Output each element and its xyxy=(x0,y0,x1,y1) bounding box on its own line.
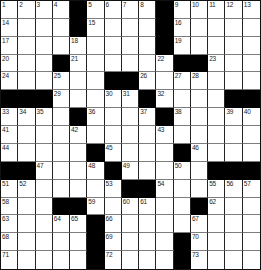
cell-r2c1[interactable]: 14 xyxy=(1,19,18,37)
clue-number-54: 54 xyxy=(157,180,164,187)
cell-r3c11[interactable]: 19 xyxy=(174,37,191,55)
cell-r8c3[interactable] xyxy=(36,126,53,144)
black-cell-r10c14 xyxy=(225,162,242,180)
cell-r13c15[interactable] xyxy=(243,215,260,233)
cell-r3c6[interactable] xyxy=(87,37,104,55)
black-cell-r2c5 xyxy=(70,19,87,37)
cell-r5c3[interactable] xyxy=(36,72,53,90)
clue-number-53: 53 xyxy=(106,180,113,187)
cell-r14c15[interactable] xyxy=(243,233,260,251)
black-cell-r13c6 xyxy=(87,215,104,233)
cell-r3c8[interactable] xyxy=(122,37,139,55)
black-cell-r14c6 xyxy=(87,233,104,251)
clue-number-27: 27 xyxy=(175,72,182,79)
clue-number-50: 50 xyxy=(175,162,182,169)
cell-r1c7[interactable]: 6 xyxy=(105,1,122,19)
black-cell-r7c5 xyxy=(70,108,87,126)
clue-number-26: 26 xyxy=(140,72,147,79)
cell-r1c4[interactable]: 4 xyxy=(53,1,70,19)
clue-number-37: 37 xyxy=(140,108,147,115)
cell-r13c11[interactable] xyxy=(174,215,191,233)
cell-r1c15[interactable]: 13 xyxy=(243,1,260,19)
clue-number-43: 43 xyxy=(157,126,164,133)
clue-number-70: 70 xyxy=(192,233,199,240)
cell-r9c12[interactable]: 46 xyxy=(191,144,208,162)
cell-r7c7[interactable] xyxy=(105,108,122,126)
black-cell-r4c12 xyxy=(191,55,208,73)
cell-r10c3[interactable]: 47 xyxy=(36,162,53,180)
cell-r3c7[interactable] xyxy=(105,37,122,55)
cell-r4c3[interactable] xyxy=(36,55,53,73)
black-cell-r12c4 xyxy=(53,198,70,216)
cell-r11c1[interactable]: 51 xyxy=(1,180,18,198)
clue-number-42: 42 xyxy=(71,126,78,133)
clue-number-68: 68 xyxy=(2,233,9,240)
black-cell-r4c4 xyxy=(53,55,70,73)
black-cell-r6c1 xyxy=(1,90,18,108)
cell-r3c13[interactable] xyxy=(208,37,225,55)
cell-r4c9[interactable] xyxy=(139,55,156,73)
cell-r14c12[interactable]: 70 xyxy=(191,233,208,251)
cell-r8c10[interactable]: 43 xyxy=(156,126,173,144)
clue-number-36: 36 xyxy=(88,108,95,115)
clue-number-1: 1 xyxy=(2,1,5,8)
cell-r12c2[interactable] xyxy=(18,198,35,216)
cell-r14c14[interactable] xyxy=(225,233,242,251)
cell-r8c8[interactable] xyxy=(122,126,139,144)
cell-r6c12[interactable] xyxy=(191,90,208,108)
clue-number-31: 31 xyxy=(123,90,130,97)
clue-number-58: 58 xyxy=(2,198,9,205)
clue-number-46: 46 xyxy=(192,144,199,151)
cell-r12c3[interactable] xyxy=(36,198,53,216)
clue-number-11: 11 xyxy=(209,1,215,8)
cell-r13c13[interactable] xyxy=(208,215,225,233)
cell-r3c9[interactable] xyxy=(139,37,156,55)
cell-r15c14[interactable] xyxy=(225,251,242,269)
cell-r15c8[interactable] xyxy=(122,251,139,269)
cell-r8c9[interactable] xyxy=(139,126,156,144)
clue-number-8: 8 xyxy=(140,1,143,8)
clue-number-61: 61 xyxy=(140,198,147,205)
cell-r2c14[interactable] xyxy=(225,19,242,37)
cell-r5c1[interactable]: 24 xyxy=(1,72,18,90)
clue-number-7: 7 xyxy=(123,1,126,8)
cell-r6c7[interactable]: 30 xyxy=(105,90,122,108)
cell-r2c9[interactable] xyxy=(139,19,156,37)
cell-r12c7[interactable] xyxy=(105,198,122,216)
cell-r15c2[interactable] xyxy=(18,251,35,269)
clue-number-33: 33 xyxy=(2,108,9,115)
cell-r14c10[interactable] xyxy=(156,233,173,251)
cell-r2c7[interactable] xyxy=(105,19,122,37)
clue-number-17: 17 xyxy=(2,37,9,44)
cell-r5c5[interactable] xyxy=(70,72,87,90)
cell-r11c7[interactable]: 53 xyxy=(105,180,122,198)
cell-r15c13[interactable] xyxy=(208,251,225,269)
cell-r12c6[interactable]: 59 xyxy=(87,198,104,216)
cell-r6c11[interactable] xyxy=(174,90,191,108)
cell-r1c1[interactable]: 1 xyxy=(1,1,18,19)
cell-r15c10[interactable] xyxy=(156,251,173,269)
cell-r4c5[interactable]: 21 xyxy=(70,55,87,73)
cell-r14c7[interactable]: 69 xyxy=(105,233,122,251)
cell-r15c3[interactable] xyxy=(36,251,53,269)
cell-r7c13[interactable] xyxy=(208,108,225,126)
cell-r7c8[interactable] xyxy=(122,108,139,126)
clue-number-49: 49 xyxy=(123,162,130,169)
cell-r15c4[interactable] xyxy=(53,251,70,269)
cell-r14c3[interactable] xyxy=(36,233,53,251)
cell-r13c3[interactable] xyxy=(36,215,53,233)
cell-r11c14[interactable]: 56 xyxy=(225,180,242,198)
cell-r10c8[interactable]: 49 xyxy=(122,162,139,180)
cell-r4c1[interactable]: 20 xyxy=(1,55,18,73)
cell-r9c2[interactable] xyxy=(18,144,35,162)
clue-number-38: 38 xyxy=(175,108,182,115)
clue-number-29: 29 xyxy=(54,90,61,97)
black-cell-r11c9 xyxy=(139,180,156,198)
cell-r13c8[interactable] xyxy=(122,215,139,233)
black-cell-r6c3 xyxy=(36,90,53,108)
cell-r15c9[interactable] xyxy=(139,251,156,269)
black-cell-r7c10 xyxy=(156,108,173,126)
cell-r1c9[interactable]: 8 xyxy=(139,1,156,19)
cell-r14c8[interactable] xyxy=(122,233,139,251)
cell-r8c14[interactable] xyxy=(225,126,242,144)
clue-number-51: 51 xyxy=(2,180,9,187)
clue-number-64: 64 xyxy=(54,215,61,222)
cell-r6c8[interactable]: 31 xyxy=(122,90,139,108)
cell-r10c5[interactable] xyxy=(70,162,87,180)
cell-r7c4[interactable] xyxy=(53,108,70,126)
clue-number-14: 14 xyxy=(2,19,9,26)
cell-r2c2[interactable] xyxy=(18,19,35,37)
cell-r15c1[interactable]: 71 xyxy=(1,251,18,269)
cell-r11c15[interactable]: 57 xyxy=(243,180,260,198)
cell-r9c14[interactable] xyxy=(225,144,242,162)
black-cell-r9c6 xyxy=(87,144,104,162)
cell-r13c14[interactable] xyxy=(225,215,242,233)
cell-r1c8[interactable]: 7 xyxy=(122,1,139,19)
clue-number-16: 16 xyxy=(175,19,182,26)
cell-r6c6[interactable] xyxy=(87,90,104,108)
cell-r9c15[interactable] xyxy=(243,144,260,162)
cell-r3c1[interactable]: 17 xyxy=(1,37,18,55)
black-cell-r4c11 xyxy=(174,55,191,73)
cell-r5c4[interactable]: 25 xyxy=(53,72,70,90)
cell-r1c14[interactable]: 12 xyxy=(225,1,242,19)
cell-r5c10[interactable] xyxy=(156,72,173,90)
cell-r11c2[interactable]: 52 xyxy=(18,180,35,198)
black-cell-r12c5 xyxy=(70,198,87,216)
clue-number-4: 4 xyxy=(54,1,57,8)
cell-r7c15[interactable]: 40 xyxy=(243,108,260,126)
clue-number-73: 73 xyxy=(192,251,199,258)
cell-r11c5[interactable] xyxy=(70,180,87,198)
cell-r10c11[interactable]: 50 xyxy=(174,162,191,180)
clue-number-44: 44 xyxy=(2,144,9,151)
cell-r12c8[interactable]: 60 xyxy=(122,198,139,216)
cell-r7c1[interactable]: 33 xyxy=(1,108,18,126)
cell-r13c1[interactable]: 63 xyxy=(1,215,18,233)
cell-r8c6[interactable] xyxy=(87,126,104,144)
cell-r6c13[interactable] xyxy=(208,90,225,108)
cell-r13c2[interactable] xyxy=(18,215,35,233)
cell-r2c4[interactable] xyxy=(53,19,70,37)
cell-r12c11[interactable] xyxy=(174,198,191,216)
clue-number-32: 32 xyxy=(157,90,164,97)
black-cell-r10c2 xyxy=(18,162,35,180)
cell-r14c2[interactable] xyxy=(18,233,35,251)
cell-r10c6[interactable]: 48 xyxy=(87,162,104,180)
black-cell-r6c14 xyxy=(225,90,242,108)
cell-r13c7[interactable]: 66 xyxy=(105,215,122,233)
cell-r5c15[interactable] xyxy=(243,72,260,90)
cell-r7c11[interactable]: 38 xyxy=(174,108,191,126)
cell-r9c1[interactable]: 44 xyxy=(1,144,18,162)
cell-r2c15[interactable] xyxy=(243,19,260,37)
cell-r8c1[interactable]: 41 xyxy=(1,126,18,144)
clue-number-12: 12 xyxy=(226,1,233,8)
cell-r11c4[interactable] xyxy=(53,180,70,198)
cell-r8c4[interactable] xyxy=(53,126,70,144)
cell-r12c14[interactable] xyxy=(225,198,242,216)
black-cell-r5c8 xyxy=(122,72,139,90)
cell-r12c10[interactable] xyxy=(156,198,173,216)
black-cell-r9c11 xyxy=(174,144,191,162)
cell-r8c2[interactable] xyxy=(18,126,35,144)
cell-r10c10[interactable] xyxy=(156,162,173,180)
clue-number-35: 35 xyxy=(37,108,44,115)
clue-number-59: 59 xyxy=(88,198,95,205)
cell-r2c6[interactable]: 15 xyxy=(87,19,104,37)
clue-number-55: 55 xyxy=(209,180,216,187)
cell-r8c15[interactable] xyxy=(243,126,260,144)
cell-r13c5[interactable]: 65 xyxy=(70,215,87,233)
cell-r1c11[interactable]: 9 xyxy=(174,1,191,19)
clue-number-52: 52 xyxy=(19,180,26,187)
clue-number-41: 41 xyxy=(2,126,9,133)
cell-r13c10[interactable] xyxy=(156,215,173,233)
cell-r2c11[interactable]: 16 xyxy=(174,19,191,37)
cell-r2c12[interactable] xyxy=(191,19,208,37)
cell-r9c8[interactable] xyxy=(122,144,139,162)
cell-r2c8[interactable] xyxy=(122,19,139,37)
black-cell-r15c6 xyxy=(87,251,104,269)
cell-r11c12[interactable] xyxy=(191,180,208,198)
cell-r4c10[interactable]: 22 xyxy=(156,55,173,73)
black-cell-r5c7 xyxy=(105,72,122,90)
black-cell-r1c10 xyxy=(156,1,173,19)
black-cell-r10c1 xyxy=(1,162,18,180)
cell-r9c4[interactable] xyxy=(53,144,70,162)
cell-r13c9[interactable] xyxy=(139,215,156,233)
cell-r11c3[interactable] xyxy=(36,180,53,198)
black-cell-r3c10 xyxy=(156,37,173,55)
cell-r11c13[interactable]: 55 xyxy=(208,180,225,198)
cell-r1c12[interactable]: 10 xyxy=(191,1,208,19)
cell-r8c13[interactable] xyxy=(208,126,225,144)
cell-r9c7[interactable]: 45 xyxy=(105,144,122,162)
black-cell-r12c12 xyxy=(191,198,208,216)
clue-number-71: 71 xyxy=(2,251,9,258)
clue-number-57: 57 xyxy=(244,180,251,187)
cell-r5c13[interactable] xyxy=(208,72,225,90)
clue-number-34: 34 xyxy=(19,108,26,115)
clue-number-39: 39 xyxy=(226,108,233,115)
clue-number-3: 3 xyxy=(37,1,40,8)
black-cell-r6c2 xyxy=(18,90,35,108)
black-cell-r14c11 xyxy=(174,233,191,251)
black-cell-r11c8 xyxy=(122,180,139,198)
cell-r7c6[interactable]: 36 xyxy=(87,108,104,126)
black-cell-r2c10 xyxy=(156,19,173,37)
clue-number-15: 15 xyxy=(88,19,95,26)
cell-r8c5[interactable]: 42 xyxy=(70,126,87,144)
clue-number-21: 21 xyxy=(71,55,78,62)
cell-r6c10[interactable]: 32 xyxy=(156,90,173,108)
clue-number-2: 2 xyxy=(19,1,22,8)
clue-number-9: 9 xyxy=(175,1,178,8)
cell-r5c14[interactable] xyxy=(225,72,242,90)
clue-number-30: 30 xyxy=(106,90,113,97)
cell-r4c15[interactable] xyxy=(243,55,260,73)
black-cell-r15c11 xyxy=(174,251,191,269)
cell-r12c1[interactable]: 58 xyxy=(1,198,18,216)
black-cell-r1c5 xyxy=(70,1,87,19)
cell-r15c12[interactable]: 73 xyxy=(191,251,208,269)
cell-r11c10[interactable]: 54 xyxy=(156,180,173,198)
cell-r3c5[interactable]: 18 xyxy=(70,37,87,55)
cell-r4c6[interactable] xyxy=(87,55,104,73)
cell-r1c2[interactable]: 2 xyxy=(18,1,35,19)
clue-number-13: 13 xyxy=(244,1,251,8)
cell-r8c12[interactable] xyxy=(191,126,208,144)
cell-r3c14[interactable] xyxy=(225,37,242,55)
black-cell-r6c9 xyxy=(139,90,156,108)
cell-r1c6[interactable]: 5 xyxy=(87,1,104,19)
clue-number-72: 72 xyxy=(106,251,113,258)
cell-r7c9[interactable]: 37 xyxy=(139,108,156,126)
cell-r14c9[interactable] xyxy=(139,233,156,251)
cell-r9c5[interactable] xyxy=(70,144,87,162)
cell-r3c3[interactable] xyxy=(36,37,53,55)
cell-r11c11[interactable] xyxy=(174,180,191,198)
black-cell-r6c15 xyxy=(243,90,260,108)
clue-number-25: 25 xyxy=(54,72,61,79)
clue-number-60: 60 xyxy=(123,198,130,205)
cell-r14c13[interactable] xyxy=(208,233,225,251)
clue-number-22: 22 xyxy=(157,55,164,62)
crossword-board: 1234567891011121314151617181920212223242… xyxy=(0,0,261,270)
cell-r4c2[interactable] xyxy=(18,55,35,73)
cell-r13c12[interactable]: 67 xyxy=(191,215,208,233)
black-cell-r10c15 xyxy=(243,162,260,180)
clue-number-69: 69 xyxy=(106,233,113,240)
cell-r4c14[interactable] xyxy=(225,55,242,73)
black-cell-r10c13 xyxy=(208,162,225,180)
cell-r12c9[interactable]: 61 xyxy=(139,198,156,216)
clue-number-56: 56 xyxy=(226,180,233,187)
cell-r7c2[interactable]: 34 xyxy=(18,108,35,126)
clue-number-48: 48 xyxy=(88,162,95,169)
clue-number-45: 45 xyxy=(106,144,113,151)
cell-r7c14[interactable]: 39 xyxy=(225,108,242,126)
clue-number-63: 63 xyxy=(2,215,9,222)
cell-r7c3[interactable]: 35 xyxy=(36,108,53,126)
black-cell-r10c7 xyxy=(105,162,122,180)
cell-r5c6[interactable] xyxy=(87,72,104,90)
cell-r3c15[interactable] xyxy=(243,37,260,55)
cell-r10c9[interactable] xyxy=(139,162,156,180)
cell-r5c9[interactable]: 26 xyxy=(139,72,156,90)
cell-r13c4[interactable]: 64 xyxy=(53,215,70,233)
clue-number-5: 5 xyxy=(88,1,91,8)
cell-r2c3[interactable] xyxy=(36,19,53,37)
cell-r15c15[interactable] xyxy=(243,251,260,269)
clue-number-40: 40 xyxy=(244,108,251,115)
clue-number-47: 47 xyxy=(37,162,44,169)
cell-r1c13[interactable]: 11 xyxy=(208,1,225,19)
cell-r3c2[interactable] xyxy=(18,37,35,55)
cell-r8c7[interactable] xyxy=(105,126,122,144)
clue-number-6: 6 xyxy=(106,1,109,8)
cell-r11c6[interactable] xyxy=(87,180,104,198)
clue-number-20: 20 xyxy=(2,55,9,62)
cell-r6c4[interactable]: 29 xyxy=(53,90,70,108)
cell-r8c11[interactable] xyxy=(174,126,191,144)
clue-number-19: 19 xyxy=(175,37,182,44)
cell-r9c3[interactable] xyxy=(36,144,53,162)
cell-r14c4[interactable] xyxy=(53,233,70,251)
cell-r14c1[interactable]: 68 xyxy=(1,233,18,251)
clue-number-23: 23 xyxy=(209,55,216,62)
cell-r15c5[interactable] xyxy=(70,251,87,269)
cell-r12c15[interactable] xyxy=(243,198,260,216)
cell-r5c11[interactable]: 27 xyxy=(174,72,191,90)
cell-r4c8[interactable] xyxy=(122,55,139,73)
clue-number-67: 67 xyxy=(192,215,199,222)
cell-r7c12[interactable] xyxy=(191,108,208,126)
cell-r5c2[interactable] xyxy=(18,72,35,90)
clue-number-10: 10 xyxy=(192,1,199,8)
cell-r15c7[interactable]: 72 xyxy=(105,251,122,269)
cell-r3c12[interactable] xyxy=(191,37,208,55)
clue-number-24: 24 xyxy=(2,72,9,79)
cell-r4c13[interactable]: 23 xyxy=(208,55,225,73)
cell-r2c13[interactable] xyxy=(208,19,225,37)
clue-number-66: 66 xyxy=(106,215,113,222)
cell-r12c13[interactable]: 62 xyxy=(208,198,225,216)
clue-number-28: 28 xyxy=(192,72,199,79)
clue-number-65: 65 xyxy=(71,215,78,222)
cell-r9c9[interactable] xyxy=(139,144,156,162)
cell-r9c10[interactable] xyxy=(156,144,173,162)
cell-r10c12[interactable] xyxy=(191,162,208,180)
cell-r10c4[interactable] xyxy=(53,162,70,180)
cell-r5c12[interactable]: 28 xyxy=(191,72,208,90)
cell-r4c7[interactable] xyxy=(105,55,122,73)
cell-r9c13[interactable] xyxy=(208,144,225,162)
clue-number-18: 18 xyxy=(71,37,78,44)
cell-r14c5[interactable] xyxy=(70,233,87,251)
cell-r1c3[interactable]: 3 xyxy=(36,1,53,19)
clue-number-62: 62 xyxy=(209,198,216,205)
cell-r6c5[interactable] xyxy=(70,90,87,108)
cell-r3c4[interactable] xyxy=(53,37,70,55)
